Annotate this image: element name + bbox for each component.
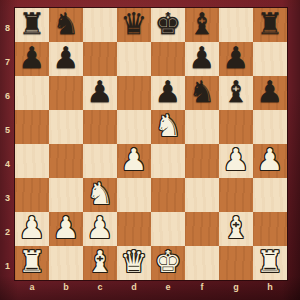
square-b3[interactable] — [49, 178, 83, 212]
square-c1[interactable]: ♝ — [83, 246, 117, 280]
piece-black-rook[interactable]: ♜ — [19, 9, 46, 39]
square-e6[interactable]: ♟ — [151, 76, 185, 110]
square-c2[interactable]: ♟ — [83, 212, 117, 246]
square-d8[interactable]: ♛ — [117, 8, 151, 42]
piece-white-knight[interactable]: ♞ — [87, 179, 114, 209]
square-h7[interactable] — [253, 42, 287, 76]
square-g6[interactable]: ♝ — [219, 76, 253, 110]
square-c3[interactable]: ♞ — [83, 178, 117, 212]
piece-white-pawn[interactable]: ♟ — [53, 213, 80, 243]
piece-black-bishop[interactable]: ♝ — [189, 9, 216, 39]
square-f1[interactable] — [185, 246, 219, 280]
square-e5[interactable]: ♞ — [151, 110, 185, 144]
piece-white-bishop[interactable]: ♝ — [223, 213, 250, 243]
file-label-h: h — [253, 280, 287, 300]
rank-label-8: 8 — [0, 8, 15, 42]
rank-label-3: 3 — [0, 178, 15, 212]
square-d1[interactable]: ♛ — [117, 246, 151, 280]
square-a5[interactable] — [15, 110, 49, 144]
rank-label-5: 5 — [0, 110, 15, 144]
square-e7[interactable] — [151, 42, 185, 76]
square-a2[interactable]: ♟ — [15, 212, 49, 246]
square-h1[interactable]: ♜ — [253, 246, 287, 280]
square-f6[interactable]: ♞ — [185, 76, 219, 110]
rank-label-6: 6 — [0, 76, 15, 110]
square-a7[interactable]: ♟ — [15, 42, 49, 76]
piece-black-pawn[interactable]: ♟ — [19, 43, 46, 73]
file-label-e: e — [151, 280, 185, 300]
square-h4[interactable]: ♟ — [253, 144, 287, 178]
square-g2[interactable]: ♝ — [219, 212, 253, 246]
square-c5[interactable] — [83, 110, 117, 144]
square-e1[interactable]: ♚ — [151, 246, 185, 280]
square-f4[interactable] — [185, 144, 219, 178]
rank-label-2: 2 — [0, 212, 15, 246]
file-label-d: d — [117, 280, 151, 300]
square-f7[interactable]: ♟ — [185, 42, 219, 76]
square-b1[interactable] — [49, 246, 83, 280]
square-b7[interactable]: ♟ — [49, 42, 83, 76]
square-b6[interactable] — [49, 76, 83, 110]
square-e3[interactable] — [151, 178, 185, 212]
square-d3[interactable] — [117, 178, 151, 212]
rank-label-7: 7 — [0, 42, 15, 76]
square-a6[interactable] — [15, 76, 49, 110]
square-h6[interactable]: ♟ — [253, 76, 287, 110]
square-g4[interactable]: ♟ — [219, 144, 253, 178]
piece-white-pawn[interactable]: ♟ — [19, 213, 46, 243]
square-h3[interactable] — [253, 178, 287, 212]
square-e4[interactable] — [151, 144, 185, 178]
chess-board-frame: 87654321 ♜♞♛♚♝♜♟♟♟♟♟♟♞♝♟♞♟♟♟♞♟♟♟♝♜♝♛♚♜ a… — [0, 0, 300, 300]
rank-label-1: 1 — [0, 246, 15, 280]
square-f5[interactable] — [185, 110, 219, 144]
piece-black-pawn[interactable]: ♟ — [223, 43, 250, 73]
piece-black-knight[interactable]: ♞ — [53, 9, 80, 39]
square-b4[interactable] — [49, 144, 83, 178]
square-e8[interactable]: ♚ — [151, 8, 185, 42]
square-d4[interactable]: ♟ — [117, 144, 151, 178]
piece-white-pawn[interactable]: ♟ — [257, 145, 284, 175]
square-a1[interactable]: ♜ — [15, 246, 49, 280]
rank-labels: 87654321 — [0, 8, 15, 280]
piece-white-pawn[interactable]: ♟ — [87, 213, 114, 243]
piece-white-pawn[interactable]: ♟ — [223, 145, 250, 175]
square-d7[interactable] — [117, 42, 151, 76]
square-g3[interactable] — [219, 178, 253, 212]
square-f2[interactable] — [185, 212, 219, 246]
piece-white-rook[interactable]: ♜ — [257, 247, 284, 277]
piece-black-pawn[interactable]: ♟ — [87, 77, 114, 107]
square-d6[interactable] — [117, 76, 151, 110]
piece-white-king[interactable]: ♚ — [155, 247, 182, 277]
square-c7[interactable] — [83, 42, 117, 76]
file-label-a: a — [15, 280, 49, 300]
square-c8[interactable] — [83, 8, 117, 42]
square-g1[interactable] — [219, 246, 253, 280]
square-b2[interactable]: ♟ — [49, 212, 83, 246]
piece-white-bishop[interactable]: ♝ — [87, 247, 114, 277]
square-a4[interactable] — [15, 144, 49, 178]
square-h2[interactable] — [253, 212, 287, 246]
square-c4[interactable] — [83, 144, 117, 178]
square-f8[interactable]: ♝ — [185, 8, 219, 42]
square-g7[interactable]: ♟ — [219, 42, 253, 76]
square-f3[interactable] — [185, 178, 219, 212]
square-d2[interactable] — [117, 212, 151, 246]
piece-white-queen[interactable]: ♛ — [121, 247, 148, 277]
piece-black-king[interactable]: ♚ — [155, 9, 182, 39]
piece-black-pawn[interactable]: ♟ — [155, 77, 182, 107]
square-g8[interactable] — [219, 8, 253, 42]
square-c6[interactable]: ♟ — [83, 76, 117, 110]
rank-label-4: 4 — [0, 144, 15, 178]
piece-white-rook[interactable]: ♜ — [19, 247, 46, 277]
piece-black-queen[interactable]: ♛ — [121, 9, 148, 39]
piece-black-pawn[interactable]: ♟ — [257, 77, 284, 107]
piece-black-knight[interactable]: ♞ — [189, 77, 216, 107]
file-label-c: c — [83, 280, 117, 300]
piece-black-pawn[interactable]: ♟ — [189, 43, 216, 73]
square-a8[interactable]: ♜ — [15, 8, 49, 42]
file-labels: abcdefgh — [15, 280, 287, 300]
piece-white-knight[interactable]: ♞ — [155, 111, 182, 141]
square-d5[interactable] — [117, 110, 151, 144]
square-a3[interactable] — [15, 178, 49, 212]
piece-black-bishop[interactable]: ♝ — [223, 77, 250, 107]
piece-black-pawn[interactable]: ♟ — [53, 43, 80, 73]
file-label-b: b — [49, 280, 83, 300]
file-label-f: f — [185, 280, 219, 300]
square-b8[interactable]: ♞ — [49, 8, 83, 42]
piece-white-pawn[interactable]: ♟ — [121, 145, 148, 175]
board[interactable]: ♜♞♛♚♝♜♟♟♟♟♟♟♞♝♟♞♟♟♟♞♟♟♟♝♜♝♛♚♜ — [15, 8, 287, 280]
square-h8[interactable]: ♜ — [253, 8, 287, 42]
square-e2[interactable] — [151, 212, 185, 246]
piece-black-rook[interactable]: ♜ — [257, 9, 284, 39]
square-h5[interactable] — [253, 110, 287, 144]
file-label-g: g — [219, 280, 253, 300]
square-b5[interactable] — [49, 110, 83, 144]
square-g5[interactable] — [219, 110, 253, 144]
